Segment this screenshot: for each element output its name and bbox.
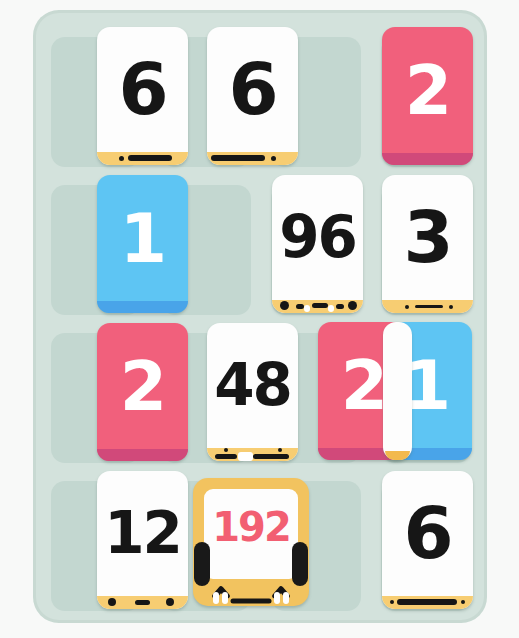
card-face-mark: [224, 448, 228, 452]
card-face-mark: [271, 156, 276, 161]
card-value: 192: [204, 489, 298, 565]
card-base: [382, 596, 473, 609]
card-6[interactable]: 6: [382, 471, 473, 609]
card-6[interactable]: 6: [207, 27, 298, 165]
card-base: [97, 152, 188, 165]
threes-game-screen: 126621963248121926: [0, 0, 519, 638]
card-face-mark: [415, 305, 443, 308]
card-face-mark: [296, 304, 304, 309]
card-192-bus-highest[interactable]: 192: [193, 478, 309, 606]
card-face-mark: [278, 448, 282, 452]
card-1[interactable]: 1: [97, 175, 188, 313]
card-face-mark: [166, 598, 174, 606]
card-face-tooth: [304, 305, 310, 312]
card-face-mark: [128, 155, 172, 161]
card-value: 2: [382, 27, 473, 165]
card-face-mark: [348, 301, 357, 310]
card-base: [382, 300, 473, 313]
game-board[interactable]: 126621963248121926: [33, 10, 487, 623]
card-face-mark: [405, 305, 409, 309]
card-value: 1: [97, 175, 188, 313]
card-base: [97, 596, 188, 609]
card-2[interactable]: 2: [97, 323, 188, 461]
card-face-mark: [390, 600, 394, 604]
card-base: [97, 449, 188, 461]
merge-forming-card[interactable]: [383, 322, 412, 460]
card-value: 12: [97, 471, 188, 609]
card-value: 6: [382, 471, 473, 609]
card-value: 6: [207, 27, 298, 165]
card-face-mark: [336, 304, 344, 309]
card-value: 48: [207, 323, 298, 461]
card-face-mark: [253, 454, 289, 459]
card-6[interactable]: 6: [97, 27, 188, 165]
card-value: 3: [382, 175, 473, 313]
card-face-mark: [397, 599, 457, 605]
card-face-mark: [119, 156, 124, 161]
card-face-tooth: [238, 452, 253, 461]
card-2[interactable]: 2: [382, 27, 473, 165]
card-value: 2: [97, 323, 188, 461]
card-12[interactable]: 12: [97, 471, 188, 609]
card-face-mark: [461, 600, 465, 604]
card-face-mark: [135, 600, 150, 605]
card-face-mark: [449, 305, 453, 309]
card-base: [272, 300, 363, 313]
bus-mouth-icon: [193, 578, 309, 608]
card-96[interactable]: 96: [272, 175, 363, 313]
card-face-mark: [211, 155, 265, 161]
card-face-mark: [312, 303, 328, 308]
card-value: 6: [97, 27, 188, 165]
card-base: [207, 152, 298, 165]
card-face-mark: [215, 454, 237, 459]
card-48[interactable]: 48: [207, 323, 298, 461]
card-value: 96: [272, 175, 363, 313]
card-base: [97, 301, 188, 313]
card-base: [382, 153, 473, 165]
card-face-mark: [280, 301, 289, 310]
card-base: [207, 448, 298, 461]
card-face-tooth: [328, 305, 334, 312]
card-face-mark: [108, 598, 116, 606]
card-3[interactable]: 3: [382, 175, 473, 313]
